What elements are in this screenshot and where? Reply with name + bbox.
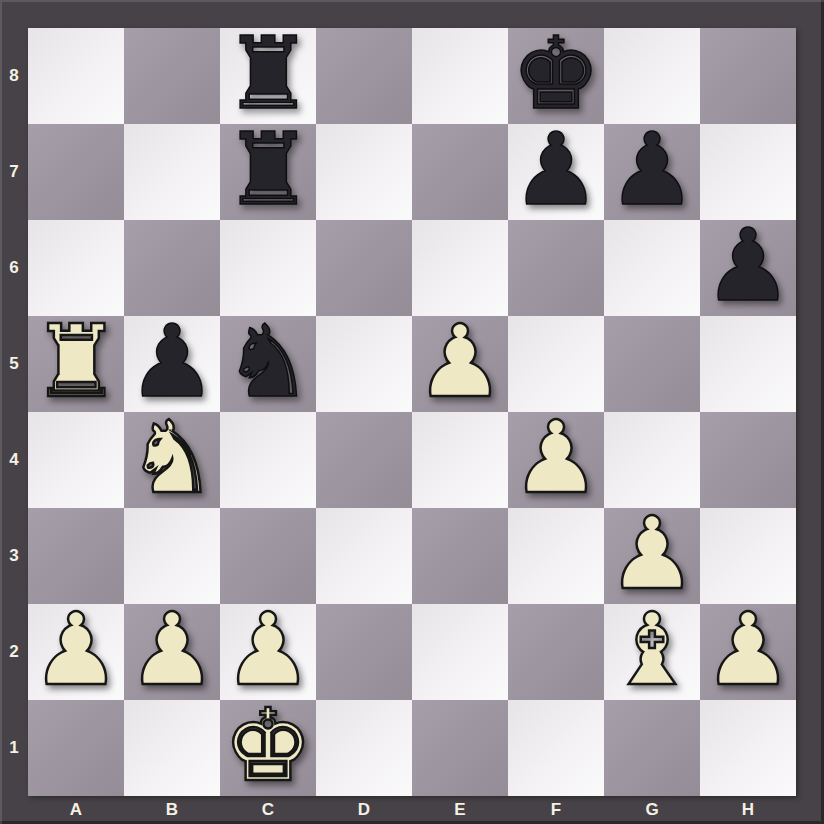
piece-white-rook[interactable]: ♜ [31, 314, 121, 410]
square-f1[interactable] [508, 700, 604, 796]
square-c5[interactable]: ♞ [220, 316, 316, 412]
piece-white-pawn[interactable]: ♟ [607, 506, 697, 602]
square-g1[interactable] [604, 700, 700, 796]
square-h8[interactable] [700, 28, 796, 124]
square-b2[interactable]: ♟ [124, 604, 220, 700]
square-d2[interactable] [316, 604, 412, 700]
piece-white-bishop[interactable]: ♝ [607, 602, 697, 698]
file-label-e: E [412, 796, 508, 824]
square-e4[interactable] [412, 412, 508, 508]
chess-board: ♜♚♜♟♟♟♜♟♞♟♞♟♟♟♟♟♝♟♚ [28, 28, 796, 796]
file-label-f: F [508, 796, 604, 824]
square-b3[interactable] [124, 508, 220, 604]
rank-label-6: 6 [0, 220, 28, 316]
square-c7[interactable]: ♜ [220, 124, 316, 220]
file-labels: ABCDEFGH [28, 796, 796, 824]
piece-white-pawn[interactable]: ♟ [223, 602, 313, 698]
square-e8[interactable] [412, 28, 508, 124]
square-b6[interactable] [124, 220, 220, 316]
piece-black-knight[interactable]: ♞ [223, 314, 313, 410]
piece-black-pawn[interactable]: ♟ [511, 122, 601, 218]
square-c1[interactable]: ♚ [220, 700, 316, 796]
square-h4[interactable] [700, 412, 796, 508]
square-d1[interactable] [316, 700, 412, 796]
square-a7[interactable] [28, 124, 124, 220]
square-a2[interactable]: ♟ [28, 604, 124, 700]
rank-label-8: 8 [0, 28, 28, 124]
square-d7[interactable] [316, 124, 412, 220]
piece-black-king[interactable]: ♚ [511, 26, 601, 122]
piece-black-rook[interactable]: ♜ [223, 122, 313, 218]
square-d4[interactable] [316, 412, 412, 508]
square-d6[interactable] [316, 220, 412, 316]
square-b1[interactable] [124, 700, 220, 796]
square-c8[interactable]: ♜ [220, 28, 316, 124]
square-f6[interactable] [508, 220, 604, 316]
square-h3[interactable] [700, 508, 796, 604]
piece-white-pawn[interactable]: ♟ [31, 602, 121, 698]
square-a5[interactable]: ♜ [28, 316, 124, 412]
square-a4[interactable] [28, 412, 124, 508]
square-f8[interactable]: ♚ [508, 28, 604, 124]
square-c4[interactable] [220, 412, 316, 508]
rank-label-5: 5 [0, 316, 28, 412]
square-c6[interactable] [220, 220, 316, 316]
square-e6[interactable] [412, 220, 508, 316]
file-label-g: G [604, 796, 700, 824]
piece-white-pawn[interactable]: ♟ [127, 602, 217, 698]
square-a6[interactable] [28, 220, 124, 316]
square-d8[interactable] [316, 28, 412, 124]
square-h1[interactable] [700, 700, 796, 796]
piece-white-pawn[interactable]: ♟ [415, 314, 505, 410]
square-b7[interactable] [124, 124, 220, 220]
board-frame: ♜♚♜♟♟♟♜♟♞♟♞♟♟♟♟♟♝♟♚ 87654321 ABCDEFGH [0, 0, 824, 824]
square-c2[interactable]: ♟ [220, 604, 316, 700]
square-g5[interactable] [604, 316, 700, 412]
square-e3[interactable] [412, 508, 508, 604]
square-e5[interactable]: ♟ [412, 316, 508, 412]
square-a3[interactable] [28, 508, 124, 604]
square-h2[interactable]: ♟ [700, 604, 796, 700]
square-g2[interactable]: ♝ [604, 604, 700, 700]
square-e1[interactable] [412, 700, 508, 796]
rank-label-4: 4 [0, 412, 28, 508]
piece-black-pawn[interactable]: ♟ [127, 314, 217, 410]
square-d5[interactable] [316, 316, 412, 412]
square-h6[interactable]: ♟ [700, 220, 796, 316]
piece-white-pawn[interactable]: ♟ [511, 410, 601, 506]
file-label-d: D [316, 796, 412, 824]
square-e7[interactable] [412, 124, 508, 220]
rank-label-1: 1 [0, 700, 28, 796]
square-f2[interactable] [508, 604, 604, 700]
rank-label-7: 7 [0, 124, 28, 220]
square-e2[interactable] [412, 604, 508, 700]
square-h5[interactable] [700, 316, 796, 412]
rank-labels: 87654321 [0, 28, 28, 796]
square-b8[interactable] [124, 28, 220, 124]
square-d3[interactable] [316, 508, 412, 604]
square-b5[interactable]: ♟ [124, 316, 220, 412]
square-g7[interactable]: ♟ [604, 124, 700, 220]
square-g3[interactable]: ♟ [604, 508, 700, 604]
piece-white-pawn[interactable]: ♟ [703, 602, 793, 698]
rank-label-3: 3 [0, 508, 28, 604]
piece-black-rook[interactable]: ♜ [223, 26, 313, 122]
square-a8[interactable] [28, 28, 124, 124]
file-label-h: H [700, 796, 796, 824]
square-f7[interactable]: ♟ [508, 124, 604, 220]
square-f5[interactable] [508, 316, 604, 412]
square-f3[interactable] [508, 508, 604, 604]
square-h7[interactable] [700, 124, 796, 220]
square-b4[interactable]: ♞ [124, 412, 220, 508]
square-a1[interactable] [28, 700, 124, 796]
square-g4[interactable] [604, 412, 700, 508]
square-g6[interactable] [604, 220, 700, 316]
square-c3[interactable] [220, 508, 316, 604]
piece-white-knight[interactable]: ♞ [127, 410, 217, 506]
piece-white-king[interactable]: ♚ [223, 698, 313, 794]
file-label-c: C [220, 796, 316, 824]
rank-label-2: 2 [0, 604, 28, 700]
piece-black-pawn[interactable]: ♟ [607, 122, 697, 218]
file-label-b: B [124, 796, 220, 824]
piece-black-pawn[interactable]: ♟ [703, 218, 793, 314]
file-label-a: A [28, 796, 124, 824]
square-f4[interactable]: ♟ [508, 412, 604, 508]
square-g8[interactable] [604, 28, 700, 124]
